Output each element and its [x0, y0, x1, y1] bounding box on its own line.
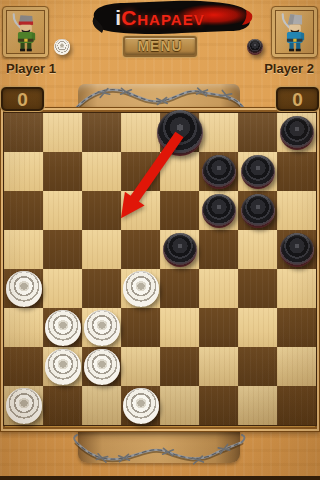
board-square-r6c4[interactable] — [160, 347, 199, 386]
board-square-r4c4[interactable] — [160, 269, 199, 308]
black-checker[interactable] — [280, 233, 314, 267]
player2-name: Player 2 — [264, 61, 314, 76]
black-checker[interactable] — [280, 116, 314, 150]
board-square-r3c2[interactable] — [82, 230, 121, 269]
board-square-r1c7[interactable] — [277, 152, 316, 191]
player1-score: 0 — [0, 86, 45, 112]
board-square-r5c0[interactable] — [4, 308, 43, 347]
white-checker[interactable] — [123, 388, 159, 424]
black-checker[interactable] — [202, 194, 236, 228]
board-square-r2c4[interactable] — [160, 191, 199, 230]
board-square-r5c6[interactable] — [238, 308, 277, 347]
white-checker[interactable] — [84, 349, 120, 385]
board-square-r2c1[interactable] — [43, 191, 82, 230]
black-checker[interactable] — [241, 155, 275, 189]
board-square-r3c3[interactable] — [121, 230, 160, 269]
board-square-r5c5[interactable] — [199, 308, 238, 347]
player2-score: 0 — [275, 86, 320, 112]
board-square-r5c7[interactable] — [277, 308, 316, 347]
board-square-r6c7[interactable] — [277, 347, 316, 386]
board-square-r7c2[interactable] — [82, 386, 121, 425]
title-name: Chapaev — [121, 6, 205, 29]
board-square-r7c6[interactable] — [238, 386, 277, 425]
board-square-r4c5[interactable] — [199, 269, 238, 308]
white-checker[interactable] — [45, 310, 81, 346]
menu-button[interactable]: MENU — [123, 36, 197, 57]
board-square-r4c7[interactable] — [277, 269, 316, 308]
game-screen: iChapaev MENU Player 1 Player 2 0 0 — [0, 0, 320, 480]
player1-color-checker-icon — [54, 39, 70, 55]
white-checker[interactable] — [6, 271, 42, 307]
board-square-r2c3[interactable] — [121, 191, 160, 230]
board-square-r6c0[interactable] — [4, 347, 43, 386]
board-square-r2c7[interactable] — [277, 191, 316, 230]
bottom-plank — [78, 430, 240, 463]
board-square-r3c0[interactable] — [4, 230, 43, 269]
selected-black-checker[interactable] — [157, 110, 203, 156]
board-square-r5c4[interactable] — [160, 308, 199, 347]
board-square-r0c2[interactable] — [82, 113, 121, 152]
board-square-r3c5[interactable] — [199, 230, 238, 269]
board-square-r7c1[interactable] — [43, 386, 82, 425]
board-square-r0c3[interactable] — [121, 113, 160, 152]
black-checker[interactable] — [163, 233, 197, 267]
board-square-r3c1[interactable] — [43, 230, 82, 269]
board-square-r2c0[interactable] — [4, 191, 43, 230]
white-checker[interactable] — [123, 271, 159, 307]
white-checker[interactable] — [45, 349, 81, 385]
black-checker[interactable] — [202, 155, 236, 189]
white-checker[interactable] — [6, 388, 42, 424]
board-square-r0c1[interactable] — [43, 113, 82, 152]
player2-color-checker-icon — [247, 39, 263, 55]
board-square-r4c2[interactable] — [82, 269, 121, 308]
board-square-r7c5[interactable] — [199, 386, 238, 425]
board-square-r2c2[interactable] — [82, 191, 121, 230]
board-square-r1c4[interactable] — [160, 152, 199, 191]
board-square-r3c6[interactable] — [238, 230, 277, 269]
board-square-r0c5[interactable] — [199, 113, 238, 152]
player1-name: Player 1 — [6, 61, 56, 76]
app-title: iChapaev — [0, 3, 320, 33]
bottom-edge-strip — [0, 476, 320, 480]
board-square-r6c5[interactable] — [199, 347, 238, 386]
board-square-r5c3[interactable] — [121, 308, 160, 347]
board-square-r7c7[interactable] — [277, 386, 316, 425]
board-square-r7c4[interactable] — [160, 386, 199, 425]
black-checker[interactable] — [241, 194, 275, 228]
board-square-r1c3[interactable] — [121, 152, 160, 191]
board-square-r1c0[interactable] — [4, 152, 43, 191]
board-square-r6c6[interactable] — [238, 347, 277, 386]
white-checker[interactable] — [84, 310, 120, 346]
board-square-r1c1[interactable] — [43, 152, 82, 191]
board-square-r4c1[interactable] — [43, 269, 82, 308]
board-square-r6c3[interactable] — [121, 347, 160, 386]
board-square-r0c6[interactable] — [238, 113, 277, 152]
board-square-r1c2[interactable] — [82, 152, 121, 191]
board-square-r0c0[interactable] — [4, 113, 43, 152]
board-square-r4c6[interactable] — [238, 269, 277, 308]
